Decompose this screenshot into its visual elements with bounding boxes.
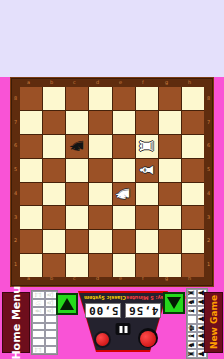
tray-cell[interactable]: ♝ <box>187 332 197 341</box>
new-game-button[interactable]: New Game <box>204 292 223 353</box>
square-f8[interactable] <box>136 87 158 110</box>
rank-label: 2 <box>207 238 210 243</box>
tray-cell[interactable]: ♜ <box>187 349 197 358</box>
white-rook: ♜ <box>138 138 156 154</box>
square-b4[interactable] <box>43 183 65 206</box>
square-c5[interactable] <box>66 159 88 182</box>
square-c1[interactable] <box>66 254 88 277</box>
square-e6[interactable] <box>113 135 135 158</box>
square-d8[interactable] <box>89 87 111 110</box>
tray-cell[interactable] <box>32 315 45 323</box>
home-menu-label: Home Menu <box>10 286 23 359</box>
square-g6[interactable] <box>159 135 181 158</box>
square-a2[interactable] <box>20 230 42 253</box>
pause-button[interactable] <box>116 323 131 335</box>
tray-piece: ♝ <box>188 333 196 340</box>
tray-piece: ♗ <box>34 307 42 314</box>
square-c3[interactable] <box>66 206 88 229</box>
square-a8[interactable] <box>20 87 42 110</box>
square-a5[interactable] <box>20 159 42 182</box>
square-h7[interactable] <box>182 111 204 134</box>
tray-piece: ♖ <box>34 346 42 353</box>
tray-piece: ♜ <box>188 290 196 297</box>
clock-plunger-left[interactable] <box>96 333 109 346</box>
tray-cell[interactable] <box>45 338 58 346</box>
file-label: f <box>142 80 144 85</box>
square-g4[interactable] <box>159 183 181 206</box>
right-time-display: 4,56 <box>125 303 161 318</box>
rank-label: 1 <box>207 262 210 267</box>
square-e3[interactable] <box>113 206 135 229</box>
tray-cell[interactable]: ♘ <box>32 299 45 307</box>
tray-cell[interactable]: ♞ <box>187 298 197 307</box>
square-h2[interactable] <box>182 230 204 253</box>
flip-down-button[interactable] <box>163 292 185 314</box>
rank-label: 2 <box>14 238 17 243</box>
square-d7[interactable] <box>89 111 111 134</box>
square-b2[interactable] <box>43 230 65 253</box>
square-c7[interactable] <box>66 111 88 134</box>
square-e2[interactable] <box>113 230 135 253</box>
square-e5[interactable] <box>113 159 135 182</box>
tray-piece: ♚ <box>188 324 196 331</box>
file-label: d <box>96 80 99 85</box>
new-game-label: New Game <box>209 295 219 349</box>
square-g7[interactable] <box>159 111 181 134</box>
tray-cell[interactable] <box>45 323 58 331</box>
tray-cell[interactable]: ♚ <box>187 324 197 333</box>
square-f6[interactable]: ♜ <box>136 135 158 158</box>
left-time-display: 5,00 <box>85 303 121 318</box>
white-piece-tray[interactable]: ♖♙♘♙♗♙♖ <box>31 290 58 355</box>
square-a6[interactable] <box>20 135 42 158</box>
file-label: h <box>188 80 191 85</box>
square-f2[interactable] <box>136 230 158 253</box>
down-arrow-icon <box>167 297 181 309</box>
white-bishop: ♝ <box>138 162 156 178</box>
square-d4[interactable] <box>89 183 111 206</box>
tray-cell[interactable]: ♖ <box>32 346 45 354</box>
flip-up-button[interactable] <box>56 293 78 315</box>
tray-piece: ♙ <box>47 299 55 306</box>
square-f3[interactable] <box>136 206 158 229</box>
file-label: c <box>73 80 76 85</box>
tray-piece: ♞ <box>188 298 196 305</box>
square-h5[interactable] <box>182 159 204 182</box>
square-b5[interactable] <box>43 159 65 182</box>
square-h1[interactable] <box>182 254 204 277</box>
square-h6[interactable] <box>182 135 204 158</box>
square-a3[interactable] <box>20 206 42 229</box>
white-knight: ♞ <box>115 186 133 202</box>
rank-label: 7 <box>207 120 210 125</box>
tray-piece: ♖ <box>34 291 42 298</box>
rank-label: 4 <box>207 191 210 196</box>
square-g5[interactable] <box>159 159 181 182</box>
square-g1[interactable] <box>159 254 181 277</box>
square-d1[interactable] <box>89 254 111 277</box>
tray-cell[interactable]: ♞ <box>187 341 197 350</box>
square-b8[interactable] <box>43 87 65 110</box>
square-h3[interactable] <box>182 206 204 229</box>
file-label: e <box>119 80 122 85</box>
square-b7[interactable] <box>43 111 65 134</box>
square-c2[interactable] <box>66 230 88 253</box>
up-arrow-icon <box>60 298 74 310</box>
tray-cell[interactable] <box>45 315 58 323</box>
rank-label: 3 <box>14 215 17 220</box>
tray-cell[interactable]: ♖ <box>32 291 45 299</box>
clock-plunger-right[interactable] <box>140 331 156 347</box>
square-g3[interactable] <box>159 206 181 229</box>
rank-label: 7 <box>14 120 17 125</box>
square-e4[interactable]: ♞ <box>113 183 135 206</box>
chess-clock: Classic System Rate of play: 5 Minutes 5… <box>78 291 168 352</box>
tray-piece: ♜ <box>188 350 196 357</box>
board-grid[interactable]: ♞♜♝♞ <box>20 87 204 277</box>
square-f1[interactable] <box>136 254 158 277</box>
square-e7[interactable] <box>113 111 135 134</box>
tray-piece: ♘ <box>34 299 42 306</box>
tray-piece: ♞ <box>188 341 196 348</box>
square-d3[interactable] <box>89 206 111 229</box>
rank-label: 6 <box>14 143 17 148</box>
square-g2[interactable] <box>159 230 181 253</box>
rank-label: 5 <box>14 167 17 172</box>
file-label: b <box>50 80 53 85</box>
home-menu-button[interactable]: Home Menu <box>2 292 30 353</box>
tray-piece: ♙ <box>47 291 55 298</box>
tray-piece: ♙ <box>47 307 55 314</box>
tray-cell[interactable] <box>32 323 45 331</box>
square-a7[interactable] <box>20 111 42 134</box>
square-d6[interactable] <box>89 135 111 158</box>
rank-label: 4 <box>14 191 17 196</box>
square-f7[interactable] <box>136 111 158 134</box>
square-d5[interactable] <box>89 159 111 182</box>
square-c6[interactable]: ♞ <box>66 135 88 158</box>
square-a1[interactable] <box>20 254 42 277</box>
rank-label: 5 <box>207 167 210 172</box>
tray-cell[interactable] <box>45 346 58 354</box>
black-knight: ♞ <box>68 138 86 154</box>
tray-cell[interactable] <box>32 330 45 338</box>
square-b3[interactable] <box>43 206 65 229</box>
tray-cell[interactable] <box>187 315 197 324</box>
rank-label: 6 <box>207 143 210 148</box>
clock-system-label: Classic System <box>84 295 126 300</box>
square-d2[interactable] <box>89 230 111 253</box>
tray-piece: ♝ <box>188 307 196 314</box>
square-e8[interactable] <box>113 87 135 110</box>
tray-cell[interactable]: ♗ <box>32 307 45 315</box>
square-h4[interactable] <box>182 183 204 206</box>
rank-label: 8 <box>14 96 17 101</box>
tray-cell[interactable] <box>32 338 45 346</box>
rank-label: 3 <box>207 215 210 220</box>
rank-label: 1 <box>14 262 17 267</box>
tray-cell[interactable]: ♜ <box>187 289 197 298</box>
square-c8[interactable] <box>66 87 88 110</box>
square-f4[interactable] <box>136 183 158 206</box>
square-c4[interactable] <box>66 183 88 206</box>
file-label: a <box>27 80 30 85</box>
square-e1[interactable] <box>113 254 135 277</box>
square-h8[interactable] <box>182 87 204 110</box>
rank-label: 8 <box>207 96 210 101</box>
file-label: g <box>165 80 168 85</box>
square-a4[interactable] <box>20 183 42 206</box>
tray-cell[interactable] <box>45 330 58 338</box>
square-g8[interactable] <box>159 87 181 110</box>
square-b6[interactable] <box>43 135 65 158</box>
square-b1[interactable] <box>43 254 65 277</box>
square-f5[interactable]: ♝ <box>136 159 158 182</box>
tray-cell[interactable]: ♝ <box>187 306 197 315</box>
